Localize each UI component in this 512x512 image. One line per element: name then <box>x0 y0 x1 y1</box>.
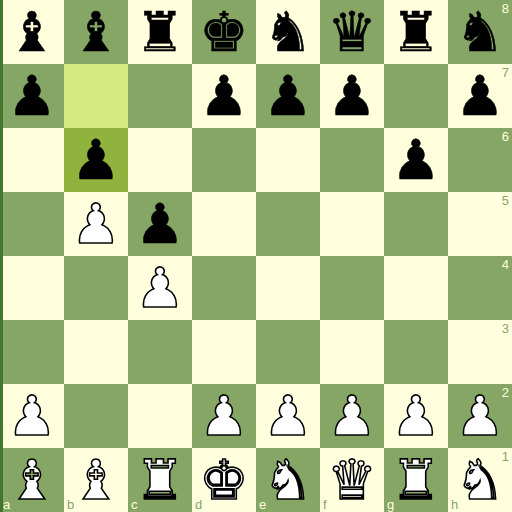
square-d7[interactable]: ♟ <box>192 64 256 128</box>
square-d2[interactable]: ♟ <box>192 384 256 448</box>
square-h3[interactable]: 3 <box>448 320 512 384</box>
square-f4[interactable] <box>320 256 384 320</box>
square-a8[interactable]: ♝ <box>0 0 64 64</box>
square-h5[interactable]: 5 <box>448 192 512 256</box>
square-h4[interactable]: 4 <box>448 256 512 320</box>
chess-board-container: ♝♝♜♚♞♛♜♞8♟♟♟♟♟7♟♟6♟♟5♟43♟♟♟♟♟♟2♝a♝b♜c♚d♞… <box>0 0 512 512</box>
piece-black-queen[interactable]: ♛ <box>320 0 384 64</box>
rank-label-8: 8 <box>502 2 509 15</box>
piece-white-pawn[interactable]: ♟ <box>64 192 128 256</box>
square-g6[interactable]: ♟ <box>384 128 448 192</box>
square-c4[interactable]: ♟ <box>128 256 192 320</box>
rank-label-2: 2 <box>502 386 509 399</box>
square-b4[interactable] <box>64 256 128 320</box>
square-f2[interactable]: ♟ <box>320 384 384 448</box>
square-e8[interactable]: ♞ <box>256 0 320 64</box>
rank-label-4: 4 <box>502 258 509 271</box>
square-a6[interactable] <box>0 128 64 192</box>
piece-black-pawn[interactable]: ♟ <box>256 64 320 128</box>
square-a3[interactable] <box>0 320 64 384</box>
square-f3[interactable] <box>320 320 384 384</box>
file-label-c: c <box>131 498 138 511</box>
piece-white-pawn[interactable]: ♟ <box>128 256 192 320</box>
square-d4[interactable] <box>192 256 256 320</box>
square-b1[interactable]: ♝b <box>64 448 128 512</box>
square-h7[interactable]: ♟7 <box>448 64 512 128</box>
square-a5[interactable] <box>0 192 64 256</box>
square-h2[interactable]: ♟2 <box>448 384 512 448</box>
piece-white-pawn[interactable]: ♟ <box>256 384 320 448</box>
square-b6[interactable]: ♟ <box>64 128 128 192</box>
file-label-g: g <box>387 498 394 511</box>
square-g1[interactable]: ♜g <box>384 448 448 512</box>
piece-black-king[interactable]: ♚ <box>192 0 256 64</box>
rank-label-1: 1 <box>502 450 509 463</box>
file-label-d: d <box>195 498 202 511</box>
file-label-a: a <box>3 498 10 511</box>
square-e3[interactable] <box>256 320 320 384</box>
chess-board: ♝♝♜♚♞♛♜♞8♟♟♟♟♟7♟♟6♟♟5♟43♟♟♟♟♟♟2♝a♝b♜c♚d♞… <box>0 0 512 512</box>
square-h6[interactable]: 6 <box>448 128 512 192</box>
piece-black-pawn[interactable]: ♟ <box>320 64 384 128</box>
rank-label-5: 5 <box>502 194 509 207</box>
rank-label-3: 3 <box>502 322 509 335</box>
square-g2[interactable]: ♟ <box>384 384 448 448</box>
square-c3[interactable] <box>128 320 192 384</box>
square-g8[interactable]: ♜ <box>384 0 448 64</box>
square-h1[interactable]: ♞1h <box>448 448 512 512</box>
piece-white-pawn[interactable]: ♟ <box>192 384 256 448</box>
square-f7[interactable]: ♟ <box>320 64 384 128</box>
square-e4[interactable] <box>256 256 320 320</box>
square-d8[interactable]: ♚ <box>192 0 256 64</box>
square-g3[interactable] <box>384 320 448 384</box>
square-a2[interactable]: ♟ <box>0 384 64 448</box>
piece-black-knight[interactable]: ♞ <box>256 0 320 64</box>
square-g7[interactable] <box>384 64 448 128</box>
rank-label-7: 7 <box>502 66 509 79</box>
piece-black-pawn[interactable]: ♟ <box>64 128 128 192</box>
piece-black-rook[interactable]: ♜ <box>128 0 192 64</box>
piece-black-bishop[interactable]: ♝ <box>64 0 128 64</box>
left-border <box>0 0 3 512</box>
square-c1[interactable]: ♜c <box>128 448 192 512</box>
square-b5[interactable]: ♟ <box>64 192 128 256</box>
file-label-f: f <box>323 498 327 511</box>
piece-white-pawn[interactable]: ♟ <box>320 384 384 448</box>
piece-black-pawn[interactable]: ♟ <box>384 128 448 192</box>
square-c6[interactable] <box>128 128 192 192</box>
square-c2[interactable] <box>128 384 192 448</box>
square-e6[interactable] <box>256 128 320 192</box>
rank-label-6: 6 <box>502 130 509 143</box>
square-c7[interactable] <box>128 64 192 128</box>
file-label-e: e <box>259 498 266 511</box>
square-e7[interactable]: ♟ <box>256 64 320 128</box>
piece-black-rook[interactable]: ♜ <box>384 0 448 64</box>
square-b8[interactable]: ♝ <box>64 0 128 64</box>
square-c5[interactable]: ♟ <box>128 192 192 256</box>
file-label-h: h <box>451 498 458 511</box>
piece-black-pawn[interactable]: ♟ <box>0 64 64 128</box>
piece-black-pawn[interactable]: ♟ <box>128 192 192 256</box>
square-b2[interactable] <box>64 384 128 448</box>
square-b3[interactable] <box>64 320 128 384</box>
piece-white-queen[interactable]: ♛ <box>320 448 384 512</box>
file-label-b: b <box>67 498 74 511</box>
square-b7[interactable] <box>64 64 128 128</box>
square-d6[interactable] <box>192 128 256 192</box>
square-a1[interactable]: ♝a <box>0 448 64 512</box>
square-f1[interactable]: ♛f <box>320 448 384 512</box>
square-c8[interactable]: ♜ <box>128 0 192 64</box>
square-f5[interactable] <box>320 192 384 256</box>
piece-white-pawn[interactable]: ♟ <box>384 384 448 448</box>
piece-black-bishop[interactable]: ♝ <box>0 0 64 64</box>
square-e2[interactable]: ♟ <box>256 384 320 448</box>
square-g4[interactable] <box>384 256 448 320</box>
square-d5[interactable] <box>192 192 256 256</box>
square-e1[interactable]: ♞e <box>256 448 320 512</box>
square-e5[interactable] <box>256 192 320 256</box>
piece-white-pawn[interactable]: ♟ <box>0 384 64 448</box>
square-h8[interactable]: ♞8 <box>448 0 512 64</box>
square-a7[interactable]: ♟ <box>0 64 64 128</box>
piece-black-pawn[interactable]: ♟ <box>192 64 256 128</box>
square-a4[interactable] <box>0 256 64 320</box>
square-g5[interactable] <box>384 192 448 256</box>
square-d3[interactable] <box>192 320 256 384</box>
square-f6[interactable] <box>320 128 384 192</box>
square-d1[interactable]: ♚d <box>192 448 256 512</box>
square-f8[interactable]: ♛ <box>320 0 384 64</box>
